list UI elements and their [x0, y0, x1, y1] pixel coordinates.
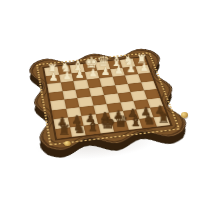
square-g2: ♟	[59, 73, 74, 83]
brass-latch	[181, 112, 188, 118]
piece-black-bishop-c8: ♝	[128, 114, 142, 129]
piece-black-knight-b8: ♞	[142, 113, 156, 127]
piece-white-pawn-a2: ♟	[137, 62, 150, 73]
piece-black-rook-a8: ♜	[156, 111, 170, 125]
square-g8: ♞	[69, 125, 85, 136]
piece-black-rook-h8: ♜	[57, 123, 72, 137]
piece-white-pawn-d2: ♟	[99, 66, 112, 77]
square-e8: ♚	[98, 122, 115, 133]
piece-white-pawn-c2: ♟	[112, 65, 125, 76]
piece-white-pawn-f2: ♟	[73, 69, 86, 80]
piece-black-queen-d8: ♛	[114, 114, 128, 130]
piece-white-pawn-e2: ♟	[86, 68, 99, 79]
piece-white-pawn-b2: ♟	[125, 64, 138, 75]
piece-white-pawn-h2: ♟	[47, 72, 60, 83]
square-h8: ♜	[55, 127, 71, 139]
square-e2: ♟	[84, 70, 99, 79]
piece-black-king-e8: ♚	[100, 115, 114, 132]
piece-black-knight-g8: ♞	[71, 121, 85, 135]
piece-white-pawn-g2: ♟	[60, 71, 73, 82]
chess-board: ♜♞♝♚♛♝♞♜♟♟♟♟♟♟♟♟♟♟♟♟♟♟♟♟♜♞♝♚♛♝♞♜	[25, 45, 196, 156]
brass-hinge	[64, 141, 71, 146]
square-h2: ♟	[46, 75, 61, 85]
piece-black-bishop-f8: ♝	[86, 119, 100, 134]
product-photo: ♜♞♝♚♛♝♞♜♟♟♟♟♟♟♟♟♟♟♟♟♟♟♟♟♜♞♝♚♛♝♞♜	[0, 0, 200, 200]
chess-set-scene: ♜♞♝♚♛♝♞♜♟♟♟♟♟♟♟♟♟♟♟♟♟♟♟♟♜♞♝♚♛♝♞♜	[0, 0, 200, 200]
